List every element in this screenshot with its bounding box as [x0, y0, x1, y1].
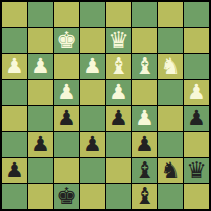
square-a5[interactable] — [2, 80, 27, 105]
square-d3[interactable]: ♟ — [80, 132, 105, 157]
square-g3[interactable] — [158, 132, 183, 157]
square-f8[interactable] — [132, 2, 157, 27]
square-f3[interactable]: ♟ — [132, 132, 157, 157]
square-g8[interactable] — [158, 2, 183, 27]
square-c4[interactable]: ♟ — [54, 106, 79, 131]
square-b5[interactable] — [28, 80, 53, 105]
square-e3[interactable] — [106, 132, 131, 157]
square-c5[interactable]: ♟ — [54, 80, 79, 105]
square-c6[interactable] — [54, 54, 79, 79]
square-e2[interactable] — [106, 158, 131, 183]
piece-wP-e5[interactable]: ♟ — [109, 80, 128, 105]
square-h3[interactable] — [184, 132, 209, 157]
square-a8[interactable] — [2, 2, 27, 27]
square-g2[interactable]: ♞ — [158, 158, 183, 183]
piece-bN-g2[interactable]: ♞ — [160, 158, 181, 183]
piece-bB-f2[interactable]: ♝ — [134, 158, 155, 183]
square-f7[interactable] — [132, 28, 157, 53]
piece-wP-c5[interactable]: ♟ — [57, 80, 76, 105]
piece-wK-c7[interactable]: ♚ — [56, 28, 77, 53]
square-f6[interactable]: ♝ — [132, 54, 157, 79]
square-b6[interactable]: ♟ — [28, 54, 53, 79]
piece-wP-f4[interactable]: ♟ — [135, 106, 154, 131]
square-h8[interactable] — [184, 2, 209, 27]
square-e6[interactable]: ♝ — [106, 54, 131, 79]
piece-wB-f6[interactable]: ♝ — [134, 54, 155, 79]
square-e5[interactable]: ♟ — [106, 80, 131, 105]
square-g1[interactable] — [158, 184, 183, 209]
square-d2[interactable] — [80, 158, 105, 183]
piece-wB-e6[interactable]: ♝ — [108, 54, 129, 79]
square-h5[interactable]: ♟ — [184, 80, 209, 105]
square-b2[interactable] — [28, 158, 53, 183]
piece-wQ-e7[interactable]: ♛ — [108, 28, 129, 53]
piece-bK-c1[interactable]: ♚ — [56, 184, 77, 209]
square-e8[interactable] — [106, 2, 131, 27]
square-d8[interactable] — [80, 2, 105, 27]
square-g5[interactable] — [158, 80, 183, 105]
square-d1[interactable] — [80, 184, 105, 209]
piece-wP-a6[interactable]: ♟ — [5, 54, 24, 79]
square-h4[interactable]: ♟ — [184, 106, 209, 131]
square-a1[interactable] — [2, 184, 27, 209]
piece-bQ-h2[interactable]: ♛ — [186, 158, 207, 183]
square-e4[interactable]: ♟ — [106, 106, 131, 131]
square-d4[interactable] — [80, 106, 105, 131]
square-d6[interactable]: ♟ — [80, 54, 105, 79]
square-b8[interactable] — [28, 2, 53, 27]
square-c3[interactable] — [54, 132, 79, 157]
square-a7[interactable] — [2, 28, 27, 53]
piece-bB-f1[interactable]: ♝ — [134, 184, 155, 209]
square-b7[interactable] — [28, 28, 53, 53]
square-e1[interactable] — [106, 184, 131, 209]
piece-wP-h5[interactable]: ♟ — [187, 80, 206, 105]
square-c1[interactable]: ♚ — [54, 184, 79, 209]
square-f5[interactable] — [132, 80, 157, 105]
piece-bP-h4[interactable]: ♟ — [187, 106, 206, 131]
square-a2[interactable]: ♟ — [2, 158, 27, 183]
square-a6[interactable]: ♟ — [2, 54, 27, 79]
square-a3[interactable] — [2, 132, 27, 157]
square-g4[interactable] — [158, 106, 183, 131]
square-c2[interactable] — [54, 158, 79, 183]
square-h2[interactable]: ♛ — [184, 158, 209, 183]
piece-bP-b3[interactable]: ♟ — [31, 132, 50, 157]
piece-bP-f3[interactable]: ♟ — [135, 132, 154, 157]
piece-bP-e4[interactable]: ♟ — [109, 106, 128, 131]
square-c7[interactable]: ♚ — [54, 28, 79, 53]
square-b4[interactable] — [28, 106, 53, 131]
square-f1[interactable]: ♝ — [132, 184, 157, 209]
square-h1[interactable] — [184, 184, 209, 209]
piece-wP-b6[interactable]: ♟ — [31, 54, 50, 79]
piece-bP-c4[interactable]: ♟ — [57, 106, 76, 131]
piece-bP-d3[interactable]: ♟ — [83, 132, 102, 157]
square-h7[interactable] — [184, 28, 209, 53]
square-b1[interactable] — [28, 184, 53, 209]
square-h6[interactable] — [184, 54, 209, 79]
square-b3[interactable]: ♟ — [28, 132, 53, 157]
square-e7[interactable]: ♛ — [106, 28, 131, 53]
square-c8[interactable] — [54, 2, 79, 27]
square-g6[interactable]: ♞ — [158, 54, 183, 79]
piece-wN-g6[interactable]: ♞ — [160, 54, 181, 79]
square-d7[interactable] — [80, 28, 105, 53]
square-a4[interactable] — [2, 106, 27, 131]
square-g7[interactable] — [158, 28, 183, 53]
piece-bP-a2[interactable]: ♟ — [5, 158, 24, 183]
square-d5[interactable] — [80, 80, 105, 105]
square-f2[interactable]: ♝ — [132, 158, 157, 183]
piece-wP-d6[interactable]: ♟ — [83, 54, 102, 79]
square-f4[interactable]: ♟ — [132, 106, 157, 131]
chess-board: ♚♛♟♟♟♝♝♞♟♟♟♟♟♟♟♟♟♟♟♝♞♛♚♝ — [0, 0, 211, 211]
